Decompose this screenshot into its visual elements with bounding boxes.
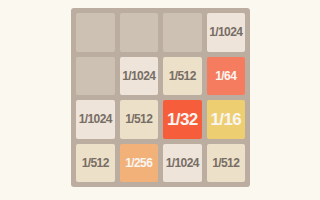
tile-1-256: 1/256 [120, 144, 159, 183]
tile-1-1024: 1/1024 [120, 57, 159, 96]
tile-1-64: 1/64 [207, 57, 246, 96]
empty-cell [163, 13, 202, 52]
empty-cell [120, 13, 159, 52]
board[interactable]: 1/10241/10241/5121/641/10241/5121/321/16… [71, 8, 250, 187]
tile-1-512: 1/512 [207, 144, 246, 183]
tile-1-16: 1/16 [207, 100, 246, 139]
tile-1-1024: 1/1024 [76, 100, 115, 139]
tile-1-512: 1/512 [120, 100, 159, 139]
tile-1-1024: 1/1024 [163, 144, 202, 183]
empty-cell [76, 13, 115, 52]
tile-1-32: 1/32 [163, 100, 202, 139]
page-background: 1/10241/10241/5121/641/10241/5121/321/16… [0, 0, 320, 200]
tile-1-1024: 1/1024 [207, 13, 246, 52]
empty-cell [76, 57, 115, 96]
tile-1-512: 1/512 [76, 144, 115, 183]
tile-1-512: 1/512 [163, 57, 202, 96]
